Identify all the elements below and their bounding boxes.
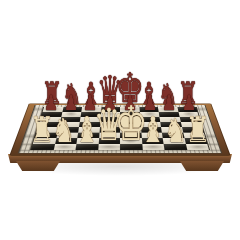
board-frame: [9, 103, 230, 155]
mosaic-border: [18, 105, 222, 154]
board-foot-right: [180, 161, 224, 171]
board-square: [164, 144, 187, 150]
board-square: [142, 144, 165, 150]
board-square: [31, 144, 55, 150]
board-foot-left: [16, 161, 60, 171]
chess-board: [9, 103, 230, 155]
board-square: [120, 144, 142, 150]
board-square: [98, 144, 120, 150]
board-square: [53, 144, 76, 150]
playing-area: [31, 107, 209, 150]
board-square: [185, 144, 209, 150]
board-square: [75, 144, 98, 150]
product-photo: ♜♞♝♛♚♝♞♜♟♟♟♟♟♟♟♟♟♟♟♟♟♟♟♟♜♞♝♛♚♝♞♜: [0, 0, 240, 240]
chess-set-scene: ♜♞♝♛♚♝♞♜♟♟♟♟♟♟♟♟♟♟♟♟♟♟♟♟♜♞♝♛♚♝♞♜: [0, 0, 240, 240]
